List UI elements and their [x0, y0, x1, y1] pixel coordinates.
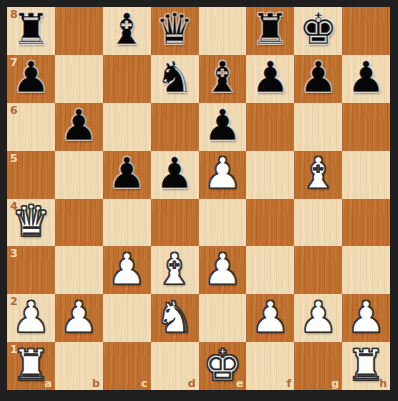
square-f6[interactable]	[246, 103, 294, 151]
square-c5[interactable]: ♟	[103, 151, 151, 199]
black-bishop-e7[interactable]: ♝	[203, 56, 242, 99]
square-c1[interactable]: c	[103, 342, 151, 390]
square-d1[interactable]: d	[151, 342, 199, 390]
square-h8[interactable]	[342, 7, 390, 55]
square-a8[interactable]: 8♜	[7, 7, 55, 55]
square-c2[interactable]	[103, 294, 151, 342]
square-a1[interactable]: 1a♜	[7, 342, 55, 390]
black-pawn-h7[interactable]: ♟	[347, 56, 386, 99]
black-pawn-g7[interactable]: ♟	[299, 56, 338, 99]
rank-label-6: 6	[10, 105, 18, 116]
white-pawn-e5[interactable]: ♟	[203, 152, 242, 195]
square-b3[interactable]	[55, 246, 103, 294]
rank-label-5: 5	[10, 153, 18, 164]
square-h7[interactable]: ♟	[342, 55, 390, 103]
square-g3[interactable]	[294, 246, 342, 294]
square-f1[interactable]: f	[246, 342, 294, 390]
square-h1[interactable]: h♜	[342, 342, 390, 390]
square-e4[interactable]	[199, 199, 247, 247]
square-d5[interactable]: ♟	[151, 151, 199, 199]
square-h2[interactable]: ♟	[342, 294, 390, 342]
white-pawn-c3[interactable]: ♟	[107, 248, 146, 291]
square-g4[interactable]	[294, 199, 342, 247]
square-f4[interactable]	[246, 199, 294, 247]
white-bishop-d3[interactable]: ♝	[155, 248, 194, 291]
square-d7[interactable]: ♞	[151, 55, 199, 103]
square-g6[interactable]	[294, 103, 342, 151]
square-c4[interactable]	[103, 199, 151, 247]
file-label-c: c	[141, 378, 148, 389]
file-label-f: f	[286, 378, 291, 389]
square-g1[interactable]: g	[294, 342, 342, 390]
square-c3[interactable]: ♟	[103, 246, 151, 294]
square-d8[interactable]: ♛	[151, 7, 199, 55]
square-a3[interactable]: 3	[7, 246, 55, 294]
square-c6[interactable]	[103, 103, 151, 151]
white-pawn-h2[interactable]: ♟	[347, 296, 386, 339]
square-f2[interactable]: ♟	[246, 294, 294, 342]
square-h3[interactable]	[342, 246, 390, 294]
board-frame: 8♜♝♛♜♚7♟♞♝♟♟♟6♟♟5♟♟♟♝4♛3♟♝♟2♟♟♞♟♟♟1a♜bcd…	[0, 0, 398, 401]
white-pawn-b2[interactable]: ♟	[60, 296, 99, 339]
square-g7[interactable]: ♟	[294, 55, 342, 103]
black-rook-f8[interactable]: ♜	[251, 8, 290, 51]
square-d4[interactable]	[151, 199, 199, 247]
square-d2[interactable]: ♞	[151, 294, 199, 342]
file-label-b: b	[92, 378, 100, 389]
square-b7[interactable]	[55, 55, 103, 103]
black-pawn-d5[interactable]: ♟	[155, 152, 194, 195]
square-a4[interactable]: 4♛	[7, 199, 55, 247]
black-pawn-f7[interactable]: ♟	[251, 56, 290, 99]
square-e6[interactable]: ♟	[199, 103, 247, 151]
square-g2[interactable]: ♟	[294, 294, 342, 342]
square-b2[interactable]: ♟	[55, 294, 103, 342]
black-knight-d7[interactable]: ♞	[155, 56, 194, 99]
black-pawn-c5[interactable]: ♟	[107, 152, 146, 195]
white-queen-a4[interactable]: ♛	[12, 200, 51, 243]
square-a6[interactable]: 6	[7, 103, 55, 151]
square-f3[interactable]	[246, 246, 294, 294]
square-a2[interactable]: 2♟	[7, 294, 55, 342]
white-pawn-e3[interactable]: ♟	[203, 248, 242, 291]
square-b6[interactable]: ♟	[55, 103, 103, 151]
white-bishop-g5[interactable]: ♝	[299, 152, 338, 195]
square-d3[interactable]: ♝	[151, 246, 199, 294]
square-c7[interactable]	[103, 55, 151, 103]
chess-board: 8♜♝♛♜♚7♟♞♝♟♟♟6♟♟5♟♟♟♝4♛3♟♝♟2♟♟♞♟♟♟1a♜bcd…	[7, 7, 390, 390]
square-d6[interactable]	[151, 103, 199, 151]
white-pawn-a2[interactable]: ♟	[12, 296, 51, 339]
white-rook-h1[interactable]: ♜	[347, 344, 386, 387]
square-b4[interactable]	[55, 199, 103, 247]
black-king-g8[interactable]: ♚	[299, 8, 338, 51]
black-queen-d8[interactable]: ♛	[155, 8, 194, 51]
square-g5[interactable]: ♝	[294, 151, 342, 199]
white-rook-a1[interactable]: ♜	[12, 344, 51, 387]
white-pawn-g2[interactable]: ♟	[299, 296, 338, 339]
square-f8[interactable]: ♜	[246, 7, 294, 55]
black-rook-a8[interactable]: ♜	[12, 8, 51, 51]
square-a7[interactable]: 7♟	[7, 55, 55, 103]
square-h5[interactable]	[342, 151, 390, 199]
black-pawn-e6[interactable]: ♟	[203, 104, 242, 147]
file-label-d: d	[188, 378, 196, 389]
square-f5[interactable]	[246, 151, 294, 199]
square-c8[interactable]: ♝	[103, 7, 151, 55]
square-f7[interactable]: ♟	[246, 55, 294, 103]
rank-label-3: 3	[10, 248, 18, 259]
square-e3[interactable]: ♟	[199, 246, 247, 294]
square-e2[interactable]	[199, 294, 247, 342]
square-e8[interactable]	[199, 7, 247, 55]
square-h6[interactable]	[342, 103, 390, 151]
square-e7[interactable]: ♝	[199, 55, 247, 103]
black-pawn-b6[interactable]: ♟	[60, 104, 99, 147]
square-b5[interactable]	[55, 151, 103, 199]
white-pawn-f2[interactable]: ♟	[251, 296, 290, 339]
black-bishop-c8[interactable]: ♝	[107, 8, 146, 51]
square-e1[interactable]: e♚	[199, 342, 247, 390]
square-g8[interactable]: ♚	[294, 7, 342, 55]
square-b8[interactable]	[55, 7, 103, 55]
square-e5[interactable]: ♟	[199, 151, 247, 199]
white-knight-d2[interactable]: ♞	[155, 296, 194, 339]
file-label-g: g	[331, 378, 339, 389]
white-king-e1[interactable]: ♚	[203, 344, 242, 387]
square-b1[interactable]: b	[55, 342, 103, 390]
square-h4[interactable]	[342, 199, 390, 247]
square-a5[interactable]: 5	[7, 151, 55, 199]
black-pawn-a7[interactable]: ♟	[12, 56, 51, 99]
